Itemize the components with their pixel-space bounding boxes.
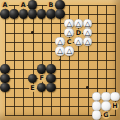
black-stone (0, 9, 9, 18)
white-stone-triangle: △ (55, 46, 64, 55)
triangle-mark-icon: △ (55, 37, 64, 46)
triangle-mark-icon: △ (64, 19, 73, 28)
triangle-mark-icon: △ (83, 28, 92, 37)
white-stone-triangle: △ (64, 19, 73, 28)
black-stone (19, 9, 28, 18)
star-point (86, 86, 89, 89)
point-label-c[interactable]: C (65, 38, 73, 46)
white-stone-triangle: △ (83, 19, 92, 28)
go-board: AAB△△△△D△△C△△△△FEHG (0, 0, 120, 120)
black-stone (37, 64, 46, 73)
white-stone-triangle: △ (64, 46, 73, 55)
point-label-d[interactable]: D (74, 29, 82, 37)
point-label-b[interactable]: B (47, 1, 55, 9)
black-stone (46, 64, 55, 73)
white-stone-triangle: △ (64, 28, 73, 37)
triangle-mark-icon: △ (64, 46, 73, 55)
triangle-mark-icon: △ (83, 37, 92, 46)
point-label-h[interactable]: H (111, 102, 119, 110)
triangle-mark-icon: △ (83, 19, 92, 28)
white-stone (110, 92, 119, 101)
black-stone (28, 9, 37, 18)
triangle-mark-icon: △ (74, 37, 83, 46)
black-stone (55, 0, 64, 9)
point-label-e[interactable]: E (29, 84, 37, 92)
white-stone (92, 110, 101, 119)
white-stone (101, 92, 110, 101)
white-stone-triangle: △ (74, 37, 83, 46)
black-stone (0, 74, 9, 83)
star-point (31, 31, 34, 34)
point-label-a[interactable]: A (1, 1, 9, 9)
point-label-f[interactable]: F (38, 74, 46, 82)
white-stone-triangle: △ (74, 19, 83, 28)
white-stone (92, 101, 101, 110)
white-stone-triangle: △ (83, 37, 92, 46)
black-stone (37, 9, 46, 18)
white-stone (101, 101, 110, 110)
triangle-mark-icon: △ (64, 28, 73, 37)
black-stone (46, 74, 55, 83)
white-stone-triangle: △ (83, 28, 92, 37)
black-stone (55, 9, 64, 18)
black-stone (0, 64, 9, 73)
black-stone (9, 9, 18, 18)
point-label-g[interactable]: G (102, 111, 110, 119)
black-stone (28, 74, 37, 83)
white-stone-triangle: △ (55, 37, 64, 46)
black-stone (28, 0, 37, 9)
black-stone (46, 83, 55, 92)
black-stone (0, 83, 9, 92)
triangle-mark-icon: △ (74, 19, 83, 28)
triangle-mark-icon: △ (55, 46, 64, 55)
black-stone (46, 9, 55, 18)
